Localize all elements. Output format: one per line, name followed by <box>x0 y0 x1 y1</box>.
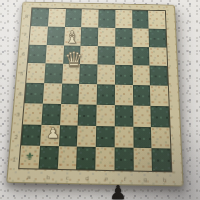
square-c3[interactable] <box>60 104 79 125</box>
rank-label: 2 <box>14 135 18 140</box>
square-e2[interactable] <box>96 125 115 147</box>
file-label: g <box>144 177 148 182</box>
square-a8[interactable] <box>31 8 49 26</box>
square-a7[interactable] <box>29 26 47 45</box>
rank-label: 1 <box>12 157 16 162</box>
square-e1[interactable] <box>95 147 114 170</box>
square-b6[interactable] <box>45 45 63 64</box>
square-c4[interactable] <box>61 84 80 105</box>
square-h5[interactable] <box>150 66 168 86</box>
square-c2[interactable] <box>58 125 77 147</box>
square-f2[interactable] <box>114 126 133 148</box>
chess-mat: ⚜ 87654321abcdefgh <box>6 2 184 187</box>
square-f3[interactable] <box>115 105 133 126</box>
square-d4[interactable] <box>79 84 97 105</box>
rank-label: 6 <box>22 52 25 56</box>
rank-label: 3 <box>16 113 20 118</box>
square-f4[interactable] <box>115 85 133 106</box>
file-label: d <box>85 176 89 181</box>
chess-board: ⚜ <box>18 7 172 172</box>
rank-label: 4 <box>18 92 22 97</box>
square-b1[interactable] <box>38 146 58 169</box>
manufacturer-emblem-icon: ⚜ <box>24 152 34 163</box>
square-g2[interactable] <box>133 126 152 148</box>
file-label: e <box>105 176 108 181</box>
square-f1[interactable] <box>114 148 133 171</box>
square-a1[interactable]: ⚜ <box>19 146 39 169</box>
square-c1[interactable] <box>57 146 77 169</box>
square-e3[interactable] <box>96 105 114 126</box>
square-e8[interactable] <box>98 10 115 28</box>
square-h6[interactable] <box>149 47 167 66</box>
square-g8[interactable] <box>132 10 149 28</box>
square-b7[interactable] <box>46 26 64 45</box>
rank-label: 5 <box>20 72 24 77</box>
rank-label: 7 <box>23 33 26 37</box>
square-h8[interactable] <box>148 11 165 29</box>
square-e5[interactable] <box>97 65 115 85</box>
square-d1[interactable] <box>76 147 95 170</box>
square-d2[interactable] <box>77 125 96 147</box>
square-d7[interactable] <box>81 27 99 46</box>
square-f5[interactable] <box>115 65 133 85</box>
photo-scene: ⚜ 87654321abcdefgh ♝♛♟♟ <box>0 0 200 200</box>
square-h7[interactable] <box>149 28 167 47</box>
square-g6[interactable] <box>132 46 150 65</box>
file-label: b <box>46 175 50 180</box>
white-pawn[interactable]: ♟ <box>46 126 59 141</box>
square-h3[interactable] <box>151 106 170 127</box>
square-h4[interactable] <box>150 85 169 106</box>
square-b4[interactable] <box>43 83 62 104</box>
square-f7[interactable] <box>115 28 132 47</box>
square-a4[interactable] <box>25 83 44 104</box>
square-b3[interactable] <box>41 103 60 124</box>
square-f6[interactable] <box>115 46 132 65</box>
square-f8[interactable] <box>115 10 132 28</box>
square-a6[interactable] <box>28 44 47 63</box>
square-d3[interactable] <box>78 104 97 125</box>
square-e6[interactable] <box>97 46 115 65</box>
square-a2[interactable] <box>21 124 41 146</box>
white-bishop[interactable]: ♝ <box>64 29 79 46</box>
file-label: c <box>66 175 69 180</box>
rank-label: 8 <box>25 15 28 19</box>
square-b5[interactable] <box>44 64 63 84</box>
square-b8[interactable] <box>48 9 66 27</box>
square-g3[interactable] <box>133 105 152 126</box>
square-h1[interactable] <box>152 148 172 171</box>
black-pawn-offboard[interactable]: ♟ <box>109 183 126 200</box>
square-e4[interactable] <box>97 84 115 105</box>
square-g5[interactable] <box>132 65 150 85</box>
square-d8[interactable] <box>81 9 98 27</box>
square-g7[interactable] <box>132 28 149 47</box>
square-c8[interactable] <box>65 9 82 27</box>
square-h2[interactable] <box>151 127 170 149</box>
square-g1[interactable] <box>133 148 152 171</box>
square-a3[interactable] <box>23 103 43 124</box>
white-queen[interactable]: ♛ <box>65 50 84 71</box>
file-label: h <box>163 178 167 183</box>
square-g4[interactable] <box>132 85 150 106</box>
square-a5[interactable] <box>26 63 45 83</box>
square-e7[interactable] <box>98 27 115 46</box>
file-label: a <box>27 175 31 180</box>
